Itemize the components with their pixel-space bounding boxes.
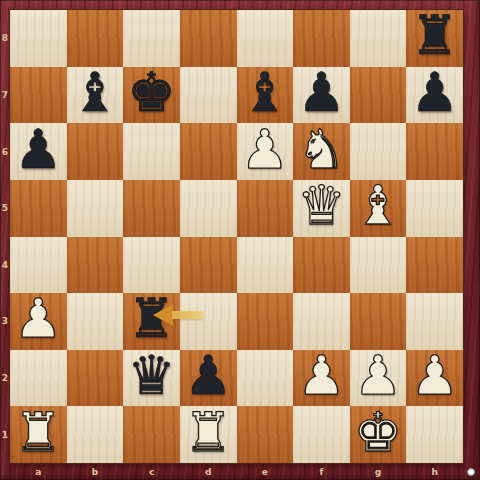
square-f3[interactable] [293, 293, 350, 350]
square-d6[interactable] [180, 123, 237, 180]
rank-label-5: 5 [0, 180, 10, 237]
square-f6[interactable]: ♞ [293, 123, 350, 180]
square-b8[interactable] [67, 10, 124, 67]
file-label-h: h [406, 463, 463, 480]
square-f8[interactable] [293, 10, 350, 67]
rank-label-6: 6 [0, 123, 10, 180]
square-g4[interactable] [350, 237, 407, 294]
rank-coordinates: 87654321 [0, 10, 10, 463]
square-c6[interactable] [123, 123, 180, 180]
square-a6[interactable]: ♟ [10, 123, 67, 180]
square-b6[interactable] [67, 123, 124, 180]
square-b7[interactable]: ♝ [67, 67, 124, 124]
square-b3[interactable] [67, 293, 124, 350]
square-g7[interactable] [350, 67, 407, 124]
square-h7[interactable]: ♟ [406, 67, 463, 124]
piece-black-rook[interactable]: ♜ [127, 292, 175, 346]
square-d5[interactable] [180, 180, 237, 237]
square-g5[interactable]: ♝ [350, 180, 407, 237]
piece-black-pawn[interactable]: ♟ [14, 123, 62, 177]
piece-black-bishop[interactable]: ♝ [241, 66, 289, 120]
square-d8[interactable] [180, 10, 237, 67]
file-label-d: d [180, 463, 237, 480]
square-e2[interactable] [237, 350, 294, 407]
square-d1[interactable]: ♜ [180, 406, 237, 463]
rank-label-8: 8 [0, 10, 10, 67]
square-h5[interactable] [406, 180, 463, 237]
file-label-g: g [350, 463, 407, 480]
square-b2[interactable] [67, 350, 124, 407]
file-label-a: a [10, 463, 67, 480]
chessboard-frame: ♜♝♚♝♟♟♟♟♞♛♝♟♜♛♟♟♟♟♜♜♚ 87654321 abcdefgh [0, 0, 480, 480]
square-b4[interactable] [67, 237, 124, 294]
rank-label-3: 3 [0, 293, 10, 350]
square-e6[interactable]: ♟ [237, 123, 294, 180]
piece-white-rook[interactable]: ♜ [14, 406, 62, 460]
piece-white-pawn[interactable]: ♟ [354, 349, 402, 403]
piece-black-pawn[interactable]: ♟ [297, 66, 345, 120]
square-e4[interactable] [237, 237, 294, 294]
piece-white-pawn[interactable]: ♟ [241, 123, 289, 177]
square-g1[interactable]: ♚ [350, 406, 407, 463]
piece-black-rook[interactable]: ♜ [410, 9, 458, 63]
square-g3[interactable] [350, 293, 407, 350]
piece-white-knight[interactable]: ♞ [297, 123, 345, 177]
rank-label-7: 7 [0, 67, 10, 124]
square-e7[interactable]: ♝ [237, 67, 294, 124]
square-a3[interactable]: ♟ [10, 293, 67, 350]
square-a5[interactable] [10, 180, 67, 237]
piece-white-king[interactable]: ♚ [354, 406, 402, 460]
square-d2[interactable]: ♟ [180, 350, 237, 407]
square-h6[interactable] [406, 123, 463, 180]
piece-white-pawn[interactable]: ♟ [14, 292, 62, 346]
file-label-e: e [237, 463, 294, 480]
square-h1[interactable] [406, 406, 463, 463]
square-d7[interactable] [180, 67, 237, 124]
piece-black-king[interactable]: ♚ [127, 66, 175, 120]
square-b5[interactable] [67, 180, 124, 237]
square-a4[interactable] [10, 237, 67, 294]
piece-white-queen[interactable]: ♛ [297, 179, 345, 233]
square-c7[interactable]: ♚ [123, 67, 180, 124]
square-a2[interactable] [10, 350, 67, 407]
piece-white-pawn[interactable]: ♟ [297, 349, 345, 403]
square-d4[interactable] [180, 237, 237, 294]
square-f7[interactable]: ♟ [293, 67, 350, 124]
rank-label-1: 1 [0, 406, 10, 463]
square-c5[interactable] [123, 180, 180, 237]
square-a8[interactable] [10, 10, 67, 67]
file-coordinates: abcdefgh [10, 463, 463, 480]
square-h3[interactable] [406, 293, 463, 350]
piece-black-bishop[interactable]: ♝ [71, 66, 119, 120]
square-e5[interactable] [237, 180, 294, 237]
square-g8[interactable] [350, 10, 407, 67]
square-e8[interactable] [237, 10, 294, 67]
square-d3[interactable] [180, 293, 237, 350]
square-h4[interactable] [406, 237, 463, 294]
square-g6[interactable] [350, 123, 407, 180]
square-a7[interactable] [10, 67, 67, 124]
square-g2[interactable]: ♟ [350, 350, 407, 407]
square-e1[interactable] [237, 406, 294, 463]
piece-black-pawn[interactable]: ♟ [410, 66, 458, 120]
square-h8[interactable]: ♜ [406, 10, 463, 67]
square-f1[interactable] [293, 406, 350, 463]
square-c4[interactable] [123, 237, 180, 294]
piece-white-pawn[interactable]: ♟ [410, 349, 458, 403]
side-to-move-indicator [467, 468, 475, 476]
rank-label-4: 4 [0, 237, 10, 294]
file-label-f: f [293, 463, 350, 480]
piece-black-pawn[interactable]: ♟ [184, 349, 232, 403]
square-f4[interactable] [293, 237, 350, 294]
piece-black-queen[interactable]: ♛ [127, 349, 175, 403]
file-label-c: c [123, 463, 180, 480]
square-b1[interactable] [67, 406, 124, 463]
square-a1[interactable]: ♜ [10, 406, 67, 463]
square-c2[interactable]: ♛ [123, 350, 180, 407]
square-c8[interactable] [123, 10, 180, 67]
square-h2[interactable]: ♟ [406, 350, 463, 407]
rank-label-2: 2 [0, 350, 10, 407]
chessboard: ♜♝♚♝♟♟♟♟♞♛♝♟♜♛♟♟♟♟♜♜♚ [10, 10, 463, 463]
square-f2[interactable]: ♟ [293, 350, 350, 407]
piece-white-bishop[interactable]: ♝ [354, 179, 402, 233]
square-e3[interactable] [237, 293, 294, 350]
piece-white-rook[interactable]: ♜ [184, 406, 232, 460]
square-f5[interactable]: ♛ [293, 180, 350, 237]
square-c1[interactable] [123, 406, 180, 463]
file-label-b: b [67, 463, 124, 480]
square-c3[interactable]: ♜ [123, 293, 180, 350]
